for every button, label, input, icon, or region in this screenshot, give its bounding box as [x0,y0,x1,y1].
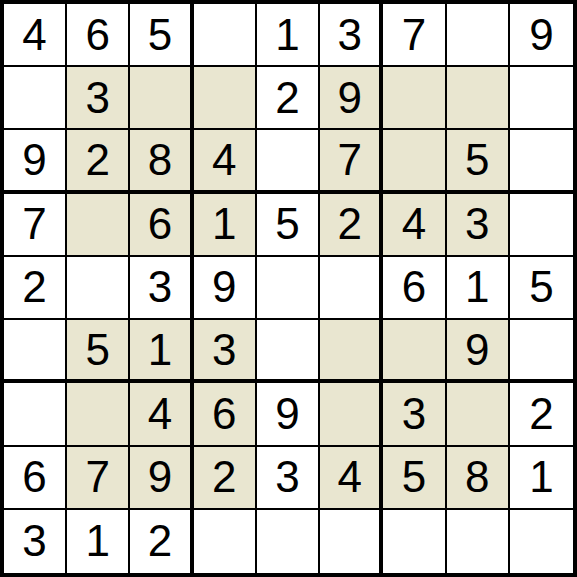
cell-r7c6[interactable] [320,383,383,446]
cell-r9c9[interactable] [510,510,573,573]
cell-r4c6[interactable]: 2 [320,194,383,257]
cell-r2c5[interactable]: 2 [257,67,320,130]
cell-r3c5[interactable] [257,130,320,193]
cell-r9c5[interactable] [257,510,320,573]
cell-r5c7[interactable]: 6 [383,257,446,320]
cell-r4c5[interactable]: 5 [257,194,320,257]
cell-r8c2[interactable]: 7 [67,447,130,510]
cell-r5c1[interactable]: 2 [4,257,67,320]
cell-r8c6[interactable]: 4 [320,447,383,510]
cell-r8c3[interactable]: 9 [130,447,193,510]
cell-r1c6[interactable]: 3 [320,4,383,67]
cell-r6c9[interactable] [510,320,573,383]
cell-r1c9[interactable]: 9 [510,4,573,67]
cell-r7c4[interactable]: 6 [194,383,257,446]
cell-r1c3[interactable]: 5 [130,4,193,67]
cell-r7c5[interactable]: 9 [257,383,320,446]
sudoku-board: 4651379329928475761524323961551394693267… [0,0,577,577]
cell-r5c3[interactable]: 3 [130,257,193,320]
cell-r2c6[interactable]: 9 [320,67,383,130]
cell-r5c4[interactable]: 9 [194,257,257,320]
cell-r3c9[interactable] [510,130,573,193]
cell-r9c4[interactable] [194,510,257,573]
cell-r9c3[interactable]: 2 [130,510,193,573]
cell-r1c5[interactable]: 1 [257,4,320,67]
cell-r6c7[interactable] [383,320,446,383]
cell-r2c2[interactable]: 3 [67,67,130,130]
cell-r3c1[interactable]: 9 [4,130,67,193]
cell-r5c8[interactable]: 1 [447,257,510,320]
cell-r8c8[interactable]: 8 [447,447,510,510]
cell-r4c2[interactable] [67,194,130,257]
cell-r4c7[interactable]: 4 [383,194,446,257]
cell-r5c9[interactable]: 5 [510,257,573,320]
cell-r6c8[interactable]: 9 [447,320,510,383]
cell-r3c8[interactable]: 5 [447,130,510,193]
cell-r2c7[interactable] [383,67,446,130]
cell-r2c8[interactable] [447,67,510,130]
cell-r9c2[interactable]: 1 [67,510,130,573]
cell-r9c7[interactable] [383,510,446,573]
cell-r7c2[interactable] [67,383,130,446]
cell-r5c2[interactable] [67,257,130,320]
cell-r6c2[interactable]: 5 [67,320,130,383]
cell-r4c9[interactable] [510,194,573,257]
cell-r2c9[interactable] [510,67,573,130]
cell-r4c8[interactable]: 3 [447,194,510,257]
cell-r1c2[interactable]: 6 [67,4,130,67]
cell-r5c6[interactable] [320,257,383,320]
cell-r9c6[interactable] [320,510,383,573]
cell-r7c3[interactable]: 4 [130,383,193,446]
cell-r1c8[interactable] [447,4,510,67]
cell-r3c7[interactable] [383,130,446,193]
cell-r5c5[interactable] [257,257,320,320]
cell-r6c6[interactable] [320,320,383,383]
cell-r3c3[interactable]: 8 [130,130,193,193]
cell-r9c1[interactable]: 3 [4,510,67,573]
cell-r7c9[interactable]: 2 [510,383,573,446]
cell-r6c3[interactable]: 1 [130,320,193,383]
cell-r2c3[interactable] [130,67,193,130]
cell-r1c7[interactable]: 7 [383,4,446,67]
cell-r6c5[interactable] [257,320,320,383]
cell-r4c1[interactable]: 7 [4,194,67,257]
cell-r4c4[interactable]: 1 [194,194,257,257]
cell-r6c1[interactable] [4,320,67,383]
cell-r4c3[interactable]: 6 [130,194,193,257]
cell-r3c6[interactable]: 7 [320,130,383,193]
cell-r8c4[interactable]: 2 [194,447,257,510]
cell-r7c8[interactable] [447,383,510,446]
cell-r7c7[interactable]: 3 [383,383,446,446]
cell-r1c1[interactable]: 4 [4,4,67,67]
cell-r2c1[interactable] [4,67,67,130]
cell-r9c8[interactable] [447,510,510,573]
cell-r2c4[interactable] [194,67,257,130]
cell-r8c1[interactable]: 6 [4,447,67,510]
cell-r8c7[interactable]: 5 [383,447,446,510]
cell-r1c4[interactable] [194,4,257,67]
cell-r7c1[interactable] [4,383,67,446]
cell-r3c2[interactable]: 2 [67,130,130,193]
cell-r3c4[interactable]: 4 [194,130,257,193]
cell-r8c9[interactable]: 1 [510,447,573,510]
cell-r8c5[interactable]: 3 [257,447,320,510]
cell-r6c4[interactable]: 3 [194,320,257,383]
